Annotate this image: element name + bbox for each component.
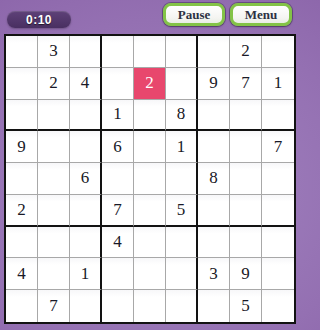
cell-r7c8[interactable] [230, 227, 262, 259]
cell-r1c2[interactable]: 3 [38, 36, 70, 68]
cell-r6c8[interactable] [230, 195, 262, 227]
cell-r1c1[interactable] [6, 36, 38, 68]
cell-r6c1[interactable]: 2 [6, 195, 38, 227]
cell-r7c6[interactable] [166, 227, 198, 259]
cell-r9c6[interactable] [166, 290, 198, 322]
cell-r4c8[interactable] [230, 131, 262, 163]
cell-r8c9[interactable] [262, 258, 294, 290]
cell-r3c5[interactable] [134, 100, 166, 132]
cell-r3c9[interactable] [262, 100, 294, 132]
cell-r2c5[interactable]: 2 [134, 68, 166, 100]
cell-r7c9[interactable] [262, 227, 294, 259]
cell-r9c5[interactable] [134, 290, 166, 322]
cell-r9c9[interactable] [262, 290, 294, 322]
cell-r6c2[interactable] [38, 195, 70, 227]
cell-r4c2[interactable] [38, 131, 70, 163]
cell-r8c8[interactable]: 9 [230, 258, 262, 290]
cell-r8c7[interactable]: 3 [198, 258, 230, 290]
cell-r8c1[interactable]: 4 [6, 258, 38, 290]
cell-r8c2[interactable] [38, 258, 70, 290]
cell-r7c7[interactable] [198, 227, 230, 259]
menu-button[interactable]: Menu [230, 3, 292, 26]
pause-button[interactable]: Pause [163, 3, 225, 26]
sudoku-board: 32242971189617682754413975 [4, 34, 296, 324]
cell-r6c6[interactable]: 5 [166, 195, 198, 227]
cell-r9c3[interactable] [70, 290, 102, 322]
cell-r2c4[interactable] [102, 68, 134, 100]
cell-r9c1[interactable] [6, 290, 38, 322]
cell-r2c6[interactable] [166, 68, 198, 100]
cell-r1c8[interactable]: 2 [230, 36, 262, 68]
cell-r8c6[interactable] [166, 258, 198, 290]
cell-r5c6[interactable] [166, 163, 198, 195]
cell-r2c1[interactable] [6, 68, 38, 100]
cell-r7c1[interactable] [6, 227, 38, 259]
cell-r5c4[interactable] [102, 163, 134, 195]
cell-r4c3[interactable] [70, 131, 102, 163]
cell-r2c8[interactable]: 7 [230, 68, 262, 100]
cell-r3c1[interactable] [6, 100, 38, 132]
cell-r5c8[interactable] [230, 163, 262, 195]
cell-r8c5[interactable] [134, 258, 166, 290]
cell-r1c6[interactable] [166, 36, 198, 68]
cell-r3c4[interactable]: 1 [102, 100, 134, 132]
cell-r9c7[interactable] [198, 290, 230, 322]
cell-r8c4[interactable] [102, 258, 134, 290]
cell-r2c9[interactable]: 1 [262, 68, 294, 100]
cell-r9c8[interactable]: 5 [230, 290, 262, 322]
cell-r6c4[interactable]: 7 [102, 195, 134, 227]
cell-r6c3[interactable] [70, 195, 102, 227]
cell-r7c2[interactable] [38, 227, 70, 259]
cell-r2c3[interactable]: 4 [70, 68, 102, 100]
cell-r5c3[interactable]: 6 [70, 163, 102, 195]
cell-r1c5[interactable] [134, 36, 166, 68]
cell-r5c7[interactable]: 8 [198, 163, 230, 195]
game-timer: 0:10 [7, 11, 71, 28]
cell-r6c7[interactable] [198, 195, 230, 227]
cell-r2c2[interactable]: 2 [38, 68, 70, 100]
cell-r4c5[interactable] [134, 131, 166, 163]
cell-r7c3[interactable] [70, 227, 102, 259]
cell-r3c3[interactable] [70, 100, 102, 132]
cell-r3c2[interactable] [38, 100, 70, 132]
cell-r1c4[interactable] [102, 36, 134, 68]
cell-r5c1[interactable] [6, 163, 38, 195]
cell-r6c9[interactable] [262, 195, 294, 227]
cell-r1c3[interactable] [70, 36, 102, 68]
cell-r6c5[interactable] [134, 195, 166, 227]
cell-r7c5[interactable] [134, 227, 166, 259]
cell-r4c9[interactable]: 7 [262, 131, 294, 163]
cell-r1c7[interactable] [198, 36, 230, 68]
cell-r9c4[interactable] [102, 290, 134, 322]
cell-r2c7[interactable]: 9 [198, 68, 230, 100]
cell-r5c2[interactable] [38, 163, 70, 195]
cell-r4c1[interactable]: 9 [6, 131, 38, 163]
cell-r3c7[interactable] [198, 100, 230, 132]
cell-r3c8[interactable] [230, 100, 262, 132]
cell-r3c6[interactable]: 8 [166, 100, 198, 132]
cell-r4c7[interactable] [198, 131, 230, 163]
cell-r9c2[interactable]: 7 [38, 290, 70, 322]
cell-r7c4[interactable]: 4 [102, 227, 134, 259]
cell-r4c4[interactable]: 6 [102, 131, 134, 163]
cell-r5c9[interactable] [262, 163, 294, 195]
cell-r8c3[interactable]: 1 [70, 258, 102, 290]
cell-r1c9[interactable] [262, 36, 294, 68]
cell-r5c5[interactable] [134, 163, 166, 195]
cell-r4c6[interactable]: 1 [166, 131, 198, 163]
